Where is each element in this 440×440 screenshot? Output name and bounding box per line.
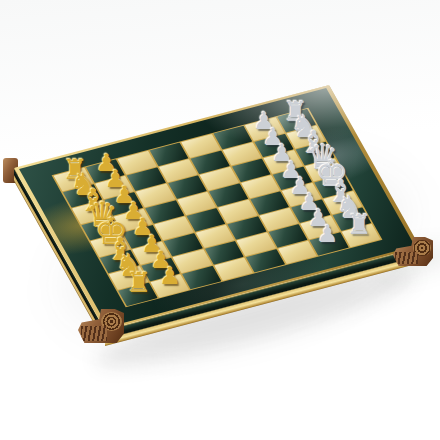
- piece-gold-pawn[interactable]: ♟: [159, 264, 181, 288]
- photo-scene: ♜♞♝♛♚♝♞♜♟♟♟♟♟♟♟♟♟♟♟♟♟♟♟♟♜♞♝♛♚♝♞♜: [0, 0, 440, 440]
- pieces-layer: ♜♞♝♛♚♝♞♜♟♟♟♟♟♟♟♟♟♟♟♟♟♟♟♟♜♞♝♛♚♝♞♜: [0, 0, 440, 440]
- piece-gold-rook[interactable]: ♜: [126, 269, 151, 297]
- piece-silver-pawn[interactable]: ♟: [317, 223, 339, 247]
- piece-silver-rook[interactable]: ♜: [347, 211, 372, 239]
